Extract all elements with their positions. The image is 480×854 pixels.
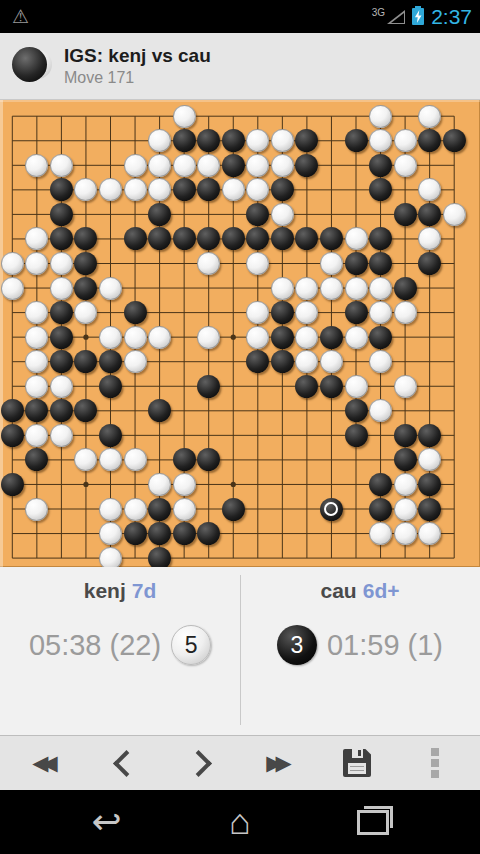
black-stone bbox=[124, 522, 147, 545]
white-stone bbox=[197, 326, 220, 349]
replay-toolbar: ◀◀ ▶▶ bbox=[0, 735, 480, 790]
black-stone bbox=[369, 498, 392, 521]
black-stone bbox=[173, 227, 196, 250]
black-player-name: cau bbox=[321, 579, 357, 602]
overflow-menu-button[interactable] bbox=[403, 740, 467, 786]
white-stone bbox=[25, 154, 48, 177]
black-stone bbox=[173, 178, 196, 201]
white-stone bbox=[124, 350, 147, 373]
status-time: 2:37 bbox=[431, 5, 472, 29]
white-stone bbox=[25, 498, 48, 521]
white-stone bbox=[25, 326, 48, 349]
black-stone bbox=[418, 498, 441, 521]
black-stone bbox=[222, 129, 245, 152]
white-stone bbox=[99, 277, 122, 300]
black-stone bbox=[271, 326, 294, 349]
black-stone bbox=[74, 277, 97, 300]
white-stone bbox=[418, 105, 441, 128]
white-stone bbox=[173, 105, 196, 128]
white-stone bbox=[271, 203, 294, 226]
fast-forward-icon: ▶▶ bbox=[266, 751, 291, 775]
black-stone bbox=[394, 203, 417, 226]
nav-home-button[interactable]: ⌂ bbox=[200, 797, 280, 847]
black-stone bbox=[345, 399, 368, 422]
player-info-panel: kenj7d 05:38 (22) 5 cau6d+ 3 01:59 (1) bbox=[0, 567, 480, 735]
black-stone bbox=[222, 498, 245, 521]
white-stone bbox=[124, 326, 147, 349]
black-stone bbox=[50, 326, 73, 349]
white-stone bbox=[173, 498, 196, 521]
black-player-rank: 6d+ bbox=[363, 579, 400, 602]
white-stone bbox=[246, 326, 269, 349]
white-stone bbox=[173, 473, 196, 496]
step-back-button[interactable] bbox=[91, 740, 155, 786]
white-stone bbox=[320, 350, 343, 373]
black-stone bbox=[295, 375, 318, 398]
white-stone bbox=[271, 129, 294, 152]
white-stone bbox=[1, 277, 24, 300]
white-stone bbox=[50, 252, 73, 275]
game-title: IGS: kenj vs cau bbox=[64, 45, 211, 68]
save-button[interactable] bbox=[325, 740, 389, 786]
network-type-label: 3G bbox=[372, 7, 385, 18]
white-stone bbox=[345, 326, 368, 349]
white-stone bbox=[50, 424, 73, 447]
white-stone bbox=[345, 375, 368, 398]
go-stones-app-icon bbox=[12, 46, 52, 86]
recents-icon bbox=[357, 810, 389, 835]
white-stone bbox=[345, 227, 368, 250]
black-stone bbox=[418, 424, 441, 447]
white-stone bbox=[394, 129, 417, 152]
black-stone-last-move bbox=[320, 498, 343, 521]
black-stone bbox=[173, 522, 196, 545]
black-stone bbox=[148, 522, 171, 545]
black-stone bbox=[369, 154, 392, 177]
black-stone bbox=[394, 448, 417, 471]
white-stone bbox=[369, 277, 392, 300]
white-stone bbox=[394, 473, 417, 496]
white-stone bbox=[394, 375, 417, 398]
white-stone bbox=[320, 252, 343, 275]
black-stone bbox=[345, 252, 368, 275]
black-stone bbox=[50, 203, 73, 226]
chevron-left-icon bbox=[113, 750, 140, 777]
white-stone bbox=[369, 105, 392, 128]
black-stone bbox=[50, 301, 73, 324]
white-stone bbox=[50, 375, 73, 398]
black-stone bbox=[124, 227, 147, 250]
black-stone bbox=[1, 424, 24, 447]
rewind-icon: ◀◀ bbox=[32, 751, 57, 775]
white-stone bbox=[271, 277, 294, 300]
white-stone bbox=[369, 301, 392, 324]
white-stone bbox=[124, 178, 147, 201]
status-bar: ⚠ 3G 2:37 bbox=[0, 0, 480, 33]
black-stone bbox=[443, 129, 466, 152]
black-stone bbox=[148, 203, 171, 226]
white-stone bbox=[99, 326, 122, 349]
white-capture-stone: 5 bbox=[171, 625, 211, 665]
rewind-to-start-button[interactable]: ◀◀ bbox=[13, 740, 77, 786]
white-stone bbox=[173, 154, 196, 177]
warning-icon: ⚠ bbox=[12, 7, 29, 26]
black-stone bbox=[369, 473, 392, 496]
black-stone bbox=[271, 301, 294, 324]
white-stone bbox=[148, 473, 171, 496]
black-player-column: cau6d+ 3 01:59 (1) bbox=[240, 567, 480, 735]
black-stone bbox=[99, 375, 122, 398]
white-stone bbox=[394, 301, 417, 324]
black-stone bbox=[271, 350, 294, 373]
black-stone bbox=[345, 424, 368, 447]
signal-strength-icon bbox=[387, 10, 405, 24]
black-stone bbox=[50, 350, 73, 373]
black-stone bbox=[173, 448, 196, 471]
black-stone bbox=[1, 399, 24, 422]
black-stone bbox=[148, 498, 171, 521]
overflow-menu-icon bbox=[431, 748, 439, 778]
white-stone bbox=[443, 203, 466, 226]
white-stone bbox=[295, 326, 318, 349]
black-stone bbox=[418, 473, 441, 496]
white-stone bbox=[50, 277, 73, 300]
player-panel-divider bbox=[240, 575, 241, 725]
black-stone bbox=[197, 375, 220, 398]
step-forward-button[interactable] bbox=[169, 740, 233, 786]
black-stone bbox=[345, 301, 368, 324]
back-icon: ↩ bbox=[92, 804, 122, 840]
black-stone bbox=[369, 252, 392, 275]
white-stone bbox=[99, 522, 122, 545]
black-stone bbox=[124, 301, 147, 324]
white-player-clock: 05:38 (22) bbox=[29, 629, 161, 662]
black-stone bbox=[320, 375, 343, 398]
white-stone bbox=[124, 448, 147, 471]
black-stone bbox=[369, 326, 392, 349]
black-player-clock: 01:59 (1) bbox=[327, 629, 443, 662]
white-stone bbox=[124, 154, 147, 177]
android-nav-bar: ↩ ⌂ bbox=[0, 790, 480, 854]
white-player-column: kenj7d 05:38 (22) 5 bbox=[0, 567, 240, 735]
black-stone bbox=[1, 473, 24, 496]
nav-recents-button[interactable] bbox=[333, 797, 413, 847]
white-stone bbox=[394, 498, 417, 521]
black-stone bbox=[394, 424, 417, 447]
black-stone bbox=[173, 129, 196, 152]
white-stone bbox=[369, 522, 392, 545]
white-player-rank: 7d bbox=[132, 579, 157, 602]
white-stone bbox=[271, 154, 294, 177]
fast-forward-button[interactable]: ▶▶ bbox=[247, 740, 311, 786]
nav-back-button[interactable]: ↩ bbox=[67, 797, 147, 847]
white-stone bbox=[148, 326, 171, 349]
white-stone bbox=[99, 498, 122, 521]
white-stone bbox=[394, 154, 417, 177]
white-stone bbox=[25, 375, 48, 398]
white-stone bbox=[148, 154, 171, 177]
black-stone bbox=[394, 277, 417, 300]
white-stone bbox=[197, 154, 220, 177]
black-stone bbox=[222, 154, 245, 177]
go-board[interactable] bbox=[0, 100, 480, 567]
white-stone bbox=[345, 277, 368, 300]
black-stone bbox=[99, 424, 122, 447]
white-stone bbox=[295, 277, 318, 300]
home-icon: ⌂ bbox=[229, 804, 251, 840]
white-stone bbox=[320, 277, 343, 300]
black-stone bbox=[418, 252, 441, 275]
black-stone bbox=[418, 203, 441, 226]
white-player-name: kenj bbox=[84, 579, 126, 602]
chevron-right-icon bbox=[185, 750, 212, 777]
move-number: Move 171 bbox=[64, 68, 211, 87]
android-screen: ⚠ 3G 2:37 IGS: kenj vs cau Move 171 kenj… bbox=[0, 0, 480, 854]
save-icon bbox=[343, 749, 371, 777]
white-stone bbox=[222, 178, 245, 201]
battery-charging-icon bbox=[412, 8, 424, 25]
white-stone bbox=[246, 154, 269, 177]
white-stone bbox=[394, 522, 417, 545]
white-stone bbox=[1, 252, 24, 275]
white-stone bbox=[124, 498, 147, 521]
black-stone bbox=[320, 326, 343, 349]
black-stone bbox=[345, 129, 368, 152]
app-header: IGS: kenj vs cau Move 171 bbox=[0, 33, 480, 100]
white-stone bbox=[50, 154, 73, 177]
black-capture-stone: 3 bbox=[277, 625, 317, 665]
